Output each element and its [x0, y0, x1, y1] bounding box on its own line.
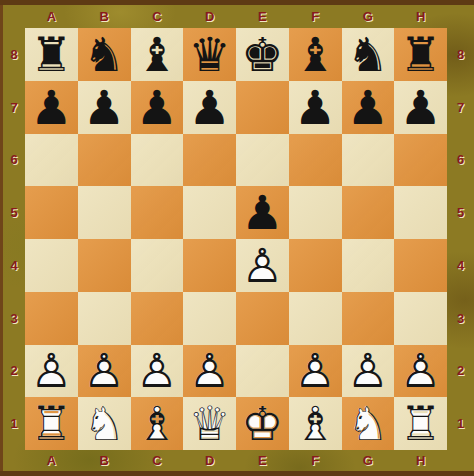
square-a6[interactable] [25, 134, 78, 187]
piece-black-rook: ♜ [394, 28, 447, 81]
square-g4[interactable] [342, 239, 395, 292]
square-f5[interactable] [289, 186, 342, 239]
square-b1[interactable]: ♞♘ [78, 397, 131, 450]
frame-bottom-stripe [0, 471, 474, 476]
piece-black-pawn: ♟ [342, 81, 395, 134]
square-h5[interactable] [394, 186, 447, 239]
piece-white-pawn-fill: ♟ [342, 345, 395, 398]
file-labels-top: ABCDEFGH [25, 5, 447, 28]
square-d6[interactable] [183, 134, 236, 187]
square-e4[interactable]: ♟♙ [236, 239, 289, 292]
square-g3[interactable] [342, 292, 395, 345]
piece-white-pawn: ♙ [236, 239, 289, 292]
file-label-bottom-b: B [78, 449, 131, 471]
piece-white-pawn: ♙ [394, 345, 447, 398]
rank-label-right-5: 5 [447, 186, 474, 239]
file-label-top-d: D [183, 5, 236, 28]
square-c1[interactable]: ♝♗ [131, 397, 184, 450]
piece-white-bishop-fill: ♝ [131, 397, 184, 450]
piece-white-pawn-fill: ♟ [183, 345, 236, 398]
chess-board: ♜♞♝♛♚♝♞♜♟♟♟♟♟♟♟♟♟♙♟♙♟♙♟♙♟♙♟♙♟♙♟♙♜♖♞♘♝♗♛♕… [25, 28, 447, 450]
square-b4[interactable] [78, 239, 131, 292]
piece-white-pawn-fill: ♟ [25, 345, 78, 398]
square-c2[interactable]: ♟♙ [131, 345, 184, 398]
rank-label-left-4: 4 [3, 239, 25, 292]
square-d8[interactable]: ♛ [183, 28, 236, 81]
file-label-bottom-c: C [131, 449, 184, 471]
square-h1[interactable]: ♜♖ [394, 397, 447, 450]
square-d7[interactable]: ♟ [183, 81, 236, 134]
square-b8[interactable]: ♞ [78, 28, 131, 81]
piece-black-pawn: ♟ [183, 81, 236, 134]
square-f4[interactable] [289, 239, 342, 292]
piece-white-pawn: ♙ [25, 345, 78, 398]
square-g6[interactable] [342, 134, 395, 187]
piece-white-queen-fill: ♛ [183, 397, 236, 450]
piece-white-pawn: ♙ [289, 345, 342, 398]
square-h8[interactable]: ♜ [394, 28, 447, 81]
square-a4[interactable] [25, 239, 78, 292]
piece-white-king-fill: ♚ [236, 397, 289, 450]
piece-white-pawn: ♙ [131, 345, 184, 398]
file-label-bottom-a: A [25, 449, 78, 471]
square-g8[interactable]: ♞ [342, 28, 395, 81]
file-label-top-b: B [78, 5, 131, 28]
piece-black-pawn: ♟ [25, 81, 78, 134]
file-labels-bottom: ABCDEFGH [25, 449, 447, 471]
square-e2[interactable] [236, 345, 289, 398]
square-c3[interactable] [131, 292, 184, 345]
square-e1[interactable]: ♚♔ [236, 397, 289, 450]
piece-white-rook: ♖ [394, 397, 447, 450]
square-g1[interactable]: ♞♘ [342, 397, 395, 450]
square-c4[interactable] [131, 239, 184, 292]
square-c6[interactable] [131, 134, 184, 187]
square-d3[interactable] [183, 292, 236, 345]
file-label-top-g: G [342, 5, 395, 28]
piece-white-pawn-fill: ♟ [78, 345, 131, 398]
piece-white-king: ♔ [236, 397, 289, 450]
square-c7[interactable]: ♟ [131, 81, 184, 134]
square-a1[interactable]: ♜♖ [25, 397, 78, 450]
rank-label-left-7: 7 [3, 81, 25, 134]
square-h2[interactable]: ♟♙ [394, 345, 447, 398]
piece-white-bishop: ♗ [131, 397, 184, 450]
piece-black-pawn: ♟ [131, 81, 184, 134]
square-a3[interactable] [25, 292, 78, 345]
square-h4[interactable] [394, 239, 447, 292]
square-e7[interactable] [236, 81, 289, 134]
rank-label-right-6: 6 [447, 134, 474, 187]
file-label-top-f: F [289, 5, 342, 28]
rank-labels-right: 87654321 [447, 28, 474, 450]
square-a8[interactable]: ♜ [25, 28, 78, 81]
piece-white-pawn-fill: ♟ [131, 345, 184, 398]
square-e8[interactable]: ♚ [236, 28, 289, 81]
file-label-bottom-f: F [289, 449, 342, 471]
piece-white-rook-fill: ♜ [394, 397, 447, 450]
square-b6[interactable] [78, 134, 131, 187]
file-label-top-h: H [394, 5, 447, 28]
square-f8[interactable]: ♝ [289, 28, 342, 81]
square-d1[interactable]: ♛♕ [183, 397, 236, 450]
square-h3[interactable] [394, 292, 447, 345]
piece-white-rook: ♖ [25, 397, 78, 450]
piece-black-bishop: ♝ [131, 28, 184, 81]
square-g5[interactable] [342, 186, 395, 239]
frame-top-stripe [0, 0, 474, 5]
square-e6[interactable] [236, 134, 289, 187]
piece-black-pawn: ♟ [78, 81, 131, 134]
piece-black-knight: ♞ [342, 28, 395, 81]
file-label-top-e: E [236, 5, 289, 28]
piece-black-king: ♚ [236, 28, 289, 81]
rank-label-left-1: 1 [3, 397, 25, 450]
piece-white-bishop-fill: ♝ [289, 397, 342, 450]
square-c8[interactable]: ♝ [131, 28, 184, 81]
frame-left-stripe [0, 5, 3, 471]
piece-white-knight-fill: ♞ [342, 397, 395, 450]
piece-white-knight: ♘ [342, 397, 395, 450]
piece-black-pawn: ♟ [236, 186, 289, 239]
square-e3[interactable] [236, 292, 289, 345]
rank-label-right-2: 2 [447, 345, 474, 398]
file-label-bottom-g: G [342, 449, 395, 471]
rank-label-left-6: 6 [3, 134, 25, 187]
square-b5[interactable] [78, 186, 131, 239]
rank-label-left-5: 5 [3, 186, 25, 239]
square-b3[interactable] [78, 292, 131, 345]
square-f6[interactable] [289, 134, 342, 187]
square-g2[interactable]: ♟♙ [342, 345, 395, 398]
piece-white-knight: ♘ [78, 397, 131, 450]
square-d4[interactable] [183, 239, 236, 292]
piece-white-rook-fill: ♜ [25, 397, 78, 450]
piece-white-pawn-fill: ♟ [394, 345, 447, 398]
file-label-bottom-h: H [394, 449, 447, 471]
piece-black-pawn: ♟ [289, 81, 342, 134]
square-f7[interactable]: ♟ [289, 81, 342, 134]
piece-white-queen: ♕ [183, 397, 236, 450]
square-f3[interactable] [289, 292, 342, 345]
square-d2[interactable]: ♟♙ [183, 345, 236, 398]
piece-black-pawn: ♟ [394, 81, 447, 134]
rank-label-right-4: 4 [447, 239, 474, 292]
rank-label-left-3: 3 [3, 292, 25, 345]
square-g7[interactable]: ♟ [342, 81, 395, 134]
file-label-top-a: A [25, 5, 78, 28]
board-frame: ABCDEFGH ABCDEFGH 87654321 87654321 ♜♞♝♛… [0, 0, 474, 476]
file-label-bottom-e: E [236, 449, 289, 471]
square-b7[interactable]: ♟ [78, 81, 131, 134]
square-b2[interactable]: ♟♙ [78, 345, 131, 398]
square-a2[interactable]: ♟♙ [25, 345, 78, 398]
rank-label-right-8: 8 [447, 28, 474, 81]
square-c5[interactable] [131, 186, 184, 239]
rank-labels-left: 87654321 [3, 28, 25, 450]
piece-white-bishop: ♗ [289, 397, 342, 450]
piece-black-rook: ♜ [25, 28, 78, 81]
square-f2[interactable]: ♟♙ [289, 345, 342, 398]
square-h7[interactable]: ♟ [394, 81, 447, 134]
file-label-top-c: C [131, 5, 184, 28]
rank-label-right-1: 1 [447, 397, 474, 450]
piece-black-bishop: ♝ [289, 28, 342, 81]
rank-label-left-2: 2 [3, 345, 25, 398]
rank-label-right-7: 7 [447, 81, 474, 134]
square-a7[interactable]: ♟ [25, 81, 78, 134]
square-h6[interactable] [394, 134, 447, 187]
piece-white-pawn-fill: ♟ [236, 239, 289, 292]
square-e5[interactable]: ♟ [236, 186, 289, 239]
square-d5[interactable] [183, 186, 236, 239]
square-f1[interactable]: ♝♗ [289, 397, 342, 450]
file-label-bottom-d: D [183, 449, 236, 471]
piece-black-knight: ♞ [78, 28, 131, 81]
piece-white-pawn: ♙ [342, 345, 395, 398]
square-a5[interactable] [25, 186, 78, 239]
piece-white-knight-fill: ♞ [78, 397, 131, 450]
piece-white-pawn: ♙ [183, 345, 236, 398]
piece-white-pawn-fill: ♟ [289, 345, 342, 398]
piece-black-queen: ♛ [183, 28, 236, 81]
piece-white-pawn: ♙ [78, 345, 131, 398]
rank-label-left-8: 8 [3, 28, 25, 81]
rank-label-right-3: 3 [447, 292, 474, 345]
